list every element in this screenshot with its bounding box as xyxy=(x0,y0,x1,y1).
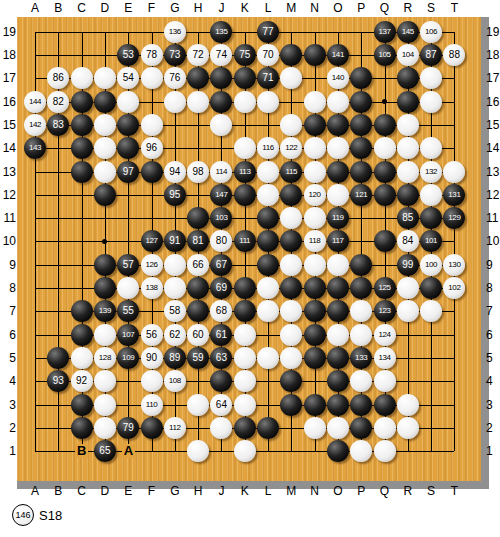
stone-L13 xyxy=(257,161,279,183)
move-number: 138 xyxy=(145,284,157,292)
stone-D16 xyxy=(94,91,116,113)
stone-P5: 133 xyxy=(350,347,372,369)
stone-O1 xyxy=(327,440,349,462)
stone-P6 xyxy=(350,324,372,346)
stone-E5: 109 xyxy=(117,347,139,369)
move-number: 84 xyxy=(402,236,413,246)
coord-col-label-F: F xyxy=(143,1,161,15)
stone-O4 xyxy=(327,370,349,392)
coord-col-label-P: P xyxy=(352,1,370,15)
stone-D5: 128 xyxy=(94,347,116,369)
stone-D4 xyxy=(94,370,116,392)
coord-row-label-right-13: 13 xyxy=(486,165,500,179)
stone-R3 xyxy=(397,394,419,416)
move-number: 89 xyxy=(169,353,180,363)
stone-Q10 xyxy=(374,230,396,252)
stone-G12: 95 xyxy=(164,184,186,206)
move-number: 60 xyxy=(193,330,204,340)
move-number: 119 xyxy=(332,214,344,222)
move-number: 104 xyxy=(402,51,414,59)
stone-R17 xyxy=(397,67,419,89)
stone-O13 xyxy=(327,161,349,183)
move-number: 144 xyxy=(29,98,41,106)
stone-S12 xyxy=(420,184,442,206)
stone-O14 xyxy=(327,137,349,159)
coord-col-label-O: O xyxy=(329,1,347,15)
stone-N6 xyxy=(304,324,326,346)
stone-R7 xyxy=(397,300,419,322)
stone-T9: 130 xyxy=(443,254,465,276)
stone-N2 xyxy=(304,417,326,439)
stone-Q19: 137 xyxy=(374,21,396,43)
stone-F18: 78 xyxy=(141,44,163,66)
move-number: 124 xyxy=(378,331,390,339)
coord-col-label-T: T xyxy=(445,484,463,498)
stone-T13 xyxy=(443,161,465,183)
stone-N11 xyxy=(304,207,326,229)
stone-H9: 66 xyxy=(187,254,209,276)
move-number: 137 xyxy=(378,28,390,36)
stone-P9 xyxy=(350,254,372,276)
move-number: 123 xyxy=(378,307,390,315)
move-number: 102 xyxy=(448,284,460,292)
move-number: 134 xyxy=(378,354,390,362)
stone-Q1 xyxy=(374,440,396,462)
move-number: 90 xyxy=(146,353,157,363)
coord-row-label-left-16: 16 xyxy=(0,95,16,109)
stone-L5 xyxy=(257,347,279,369)
move-number: 98 xyxy=(193,167,204,177)
coord-col-label-T: T xyxy=(445,1,463,15)
coord-row-label-left-1: 1 xyxy=(0,444,16,458)
coord-col-label-E: E xyxy=(119,484,137,498)
stone-P12: 121 xyxy=(350,184,372,206)
move-number: 70 xyxy=(262,50,273,60)
stone-R12 xyxy=(397,184,419,206)
stone-P3 xyxy=(350,394,372,416)
move-number: 66 xyxy=(193,260,204,270)
stone-N14 xyxy=(304,137,326,159)
stone-Q18: 105 xyxy=(374,44,396,66)
stone-C14 xyxy=(71,137,93,159)
caption: 146 S18 xyxy=(12,503,62,527)
move-number: 86 xyxy=(53,73,64,83)
stone-D12 xyxy=(94,184,116,206)
coord-col-label-N: N xyxy=(306,1,324,15)
coord-col-label-J: J xyxy=(212,1,230,15)
move-number: 64 xyxy=(216,400,227,410)
stone-R9: 99 xyxy=(397,254,419,276)
move-number: 129 xyxy=(448,214,460,222)
stone-R13 xyxy=(397,161,419,183)
coord-row-label-right-2: 2 xyxy=(486,421,500,435)
stone-L12 xyxy=(257,184,279,206)
move-number: 76 xyxy=(169,73,180,83)
move-number: 82 xyxy=(53,97,64,107)
coord-row-label-left-12: 12 xyxy=(0,188,16,202)
stone-O9 xyxy=(327,254,349,276)
board-shadow-right xyxy=(481,17,489,489)
coord-col-label-M: M xyxy=(282,1,300,15)
stone-O5 xyxy=(327,347,349,369)
coord-col-label-S: S xyxy=(422,1,440,15)
stone-F9: 126 xyxy=(141,254,163,276)
coord-row-label-right-5: 5 xyxy=(486,351,500,365)
coord-col-label-S: S xyxy=(422,484,440,498)
move-number: 136 xyxy=(169,28,181,36)
coord-row-label-right-15: 15 xyxy=(486,118,500,132)
stone-M12 xyxy=(280,184,302,206)
coord-col-label-D: D xyxy=(96,1,114,15)
move-number: 99 xyxy=(402,260,413,270)
coord-col-label-O: O xyxy=(329,484,347,498)
stone-J13: 114 xyxy=(210,161,232,183)
move-number: 125 xyxy=(378,284,390,292)
move-number: 118 xyxy=(309,237,321,245)
stone-H5: 59 xyxy=(187,347,209,369)
coord-row-label-left-2: 2 xyxy=(0,421,16,435)
coord-row-label-left-13: 13 xyxy=(0,165,16,179)
move-number: 78 xyxy=(146,50,157,60)
stone-M9 xyxy=(280,254,302,276)
stone-K16 xyxy=(234,91,256,113)
stone-C4: 92 xyxy=(71,370,93,392)
move-number: 96 xyxy=(146,143,157,153)
stone-Q3 xyxy=(374,394,396,416)
stone-Q12 xyxy=(374,184,396,206)
stone-P15 xyxy=(350,114,372,136)
stone-R15 xyxy=(397,114,419,136)
stone-D2 xyxy=(94,417,116,439)
stone-K1 xyxy=(234,440,256,462)
stone-G8 xyxy=(164,277,186,299)
stone-O12 xyxy=(327,184,349,206)
move-number: 140 xyxy=(332,74,344,82)
stone-F13 xyxy=(141,161,163,183)
coord-col-label-Q: Q xyxy=(376,1,394,15)
stone-Q8: 125 xyxy=(374,277,396,299)
coord-col-label-Q: Q xyxy=(376,484,394,498)
stone-K8 xyxy=(234,277,256,299)
move-number: 71 xyxy=(262,73,273,83)
coord-col-label-J: J xyxy=(212,484,230,498)
point-label-B: B xyxy=(75,444,88,458)
stone-N13 xyxy=(304,161,326,183)
coord-col-label-G: G xyxy=(166,1,184,15)
move-number: 62 xyxy=(169,330,180,340)
stone-S16 xyxy=(420,91,442,113)
coord-row-label-left-4: 4 xyxy=(0,374,16,388)
stone-K5 xyxy=(234,347,256,369)
coord-col-label-A: A xyxy=(26,484,44,498)
coord-col-label-G: G xyxy=(166,484,184,498)
coord-row-label-right-17: 17 xyxy=(486,71,500,85)
stone-L8 xyxy=(257,277,279,299)
stone-D1: 65 xyxy=(94,440,116,462)
move-number: 58 xyxy=(169,306,180,316)
stone-G18: 73 xyxy=(164,44,186,66)
stone-F2 xyxy=(141,417,163,439)
go-diagram-page: AABBCCDDEEFFGGHHJJKKLLMMNNOOPPQQRRSSTT19… xyxy=(0,0,500,537)
coord-row-label-left-17: 17 xyxy=(0,71,16,85)
stone-A15: 142 xyxy=(24,114,46,136)
stone-J19: 135 xyxy=(210,21,232,43)
stone-Q4 xyxy=(374,370,396,392)
stone-L16 xyxy=(257,91,279,113)
stone-N7 xyxy=(304,300,326,322)
stone-K12 xyxy=(234,184,256,206)
stone-R8 xyxy=(397,277,419,299)
stone-C7 xyxy=(71,300,93,322)
coord-col-label-L: L xyxy=(259,1,277,15)
stone-G4: 108 xyxy=(164,370,186,392)
move-number: 74 xyxy=(216,50,227,60)
coord-row-label-left-7: 7 xyxy=(0,304,16,318)
move-number: 59 xyxy=(193,353,204,363)
coord-row-label-right-6: 6 xyxy=(486,328,500,342)
stone-N8 xyxy=(304,277,326,299)
move-number: 97 xyxy=(123,167,134,177)
coord-row-label-left-6: 6 xyxy=(0,328,16,342)
move-number: 106 xyxy=(425,28,437,36)
coord-col-label-F: F xyxy=(143,484,161,498)
move-number: 61 xyxy=(216,330,227,340)
move-number: 57 xyxy=(123,260,134,270)
coord-col-label-B: B xyxy=(49,484,67,498)
stone-N10: 118 xyxy=(304,230,326,252)
coord-row-label-right-10: 10 xyxy=(486,234,500,248)
coord-col-label-E: E xyxy=(119,1,137,15)
stone-E16 xyxy=(117,91,139,113)
move-number: 54 xyxy=(123,73,134,83)
stone-D8 xyxy=(94,277,116,299)
coord-col-label-A: A xyxy=(26,1,44,15)
move-number: 109 xyxy=(122,354,134,362)
stone-O6 xyxy=(327,324,349,346)
coord-col-label-C: C xyxy=(73,484,91,498)
move-number: 75 xyxy=(239,50,250,60)
stone-R18: 104 xyxy=(397,44,419,66)
stone-L18: 70 xyxy=(257,44,279,66)
move-number: 83 xyxy=(53,120,64,130)
stone-Q13 xyxy=(374,161,396,183)
move-number: 117 xyxy=(332,237,344,245)
stone-F14: 96 xyxy=(141,137,163,159)
stone-D15 xyxy=(94,114,116,136)
stone-F3: 110 xyxy=(141,394,163,416)
stone-Q7: 123 xyxy=(374,300,396,322)
stone-D14 xyxy=(94,137,116,159)
stone-Q5: 134 xyxy=(374,347,396,369)
move-number: 112 xyxy=(169,424,181,432)
stone-D9 xyxy=(94,254,116,276)
move-number: 67 xyxy=(216,260,227,270)
move-number: 79 xyxy=(123,423,134,433)
coord-row-label-right-16: 16 xyxy=(486,95,500,109)
move-number: 143 xyxy=(29,144,41,152)
stone-O18: 141 xyxy=(327,44,349,66)
stone-P2 xyxy=(350,417,372,439)
stone-R2 xyxy=(397,417,419,439)
coord-col-label-H: H xyxy=(189,1,207,15)
stone-C5 xyxy=(71,347,93,369)
stone-F15 xyxy=(141,114,163,136)
move-number: 77 xyxy=(262,27,273,37)
move-number: 69 xyxy=(216,283,227,293)
stone-H16 xyxy=(187,91,209,113)
stone-Q14 xyxy=(374,137,396,159)
caption-point-text: S18 xyxy=(39,508,62,523)
stone-L2 xyxy=(257,417,279,439)
stone-O11: 119 xyxy=(327,207,349,229)
move-number: 85 xyxy=(402,213,413,223)
caption-move-number: 146 xyxy=(15,510,30,520)
move-number: 126 xyxy=(145,261,157,269)
coord-col-label-L: L xyxy=(259,484,277,498)
stone-N15 xyxy=(304,114,326,136)
move-number: 91 xyxy=(169,236,180,246)
move-number: 141 xyxy=(332,51,344,59)
move-number: 121 xyxy=(355,191,367,199)
move-number: 63 xyxy=(216,353,227,363)
stone-N16 xyxy=(304,91,326,113)
coord-col-label-N: N xyxy=(306,484,324,498)
stone-N12: 120 xyxy=(304,184,326,206)
move-number: 120 xyxy=(309,191,321,199)
stone-R19: 145 xyxy=(397,21,419,43)
stone-O8 xyxy=(327,277,349,299)
move-number: 130 xyxy=(448,261,460,269)
stone-G9 xyxy=(164,254,186,276)
move-number: 108 xyxy=(169,377,181,385)
move-number: 122 xyxy=(285,144,297,152)
coord-col-label-C: C xyxy=(73,1,91,15)
stone-G5: 89 xyxy=(164,347,186,369)
stone-G16 xyxy=(164,91,186,113)
move-number: 115 xyxy=(286,168,298,176)
stone-D13 xyxy=(94,161,116,183)
coord-row-label-right-19: 19 xyxy=(486,25,500,39)
coord-col-label-B: B xyxy=(49,1,67,15)
stone-E2: 79 xyxy=(117,417,139,439)
stone-M6 xyxy=(280,324,302,346)
move-number: 142 xyxy=(29,121,41,129)
stone-C17 xyxy=(71,67,93,89)
coord-col-label-P: P xyxy=(352,484,370,498)
stone-H18: 72 xyxy=(187,44,209,66)
move-number: 135 xyxy=(215,28,227,36)
move-number: 94 xyxy=(169,167,180,177)
coord-row-label-right-11: 11 xyxy=(486,211,500,225)
move-number: 55 xyxy=(123,306,134,316)
stone-O2 xyxy=(327,417,349,439)
coord-row-label-right-14: 14 xyxy=(486,141,500,155)
coord-row-label-left-5: 5 xyxy=(0,351,16,365)
stone-L9 xyxy=(257,254,279,276)
stone-G17: 76 xyxy=(164,67,186,89)
stone-K14 xyxy=(234,137,256,159)
stone-S8 xyxy=(420,277,442,299)
stone-L11 xyxy=(257,207,279,229)
stone-F8: 138 xyxy=(141,277,163,299)
stone-G13: 94 xyxy=(164,161,186,183)
move-number: 101 xyxy=(425,237,437,245)
stone-S19: 106 xyxy=(420,21,442,43)
stone-C16 xyxy=(71,91,93,113)
stone-E6: 107 xyxy=(117,324,139,346)
stone-M3 xyxy=(280,394,302,416)
stone-L19: 77 xyxy=(257,21,279,43)
stone-K10: 111 xyxy=(234,230,256,252)
move-number: 93 xyxy=(53,376,64,386)
coord-row-label-right-7: 7 xyxy=(486,304,500,318)
stone-G6: 62 xyxy=(164,324,186,346)
coord-row-label-left-9: 9 xyxy=(0,258,16,272)
coord-row-label-left-14: 14 xyxy=(0,141,16,155)
stone-P16 xyxy=(350,91,372,113)
stone-O3 xyxy=(327,394,349,416)
stone-N3 xyxy=(304,394,326,416)
move-number: 116 xyxy=(262,144,274,152)
move-number: 68 xyxy=(216,306,227,316)
point-label-A: A xyxy=(122,444,135,458)
coord-row-label-left-19: 19 xyxy=(0,25,16,39)
move-number: 87 xyxy=(426,50,437,60)
coord-col-label-R: R xyxy=(399,484,417,498)
move-number: 147 xyxy=(215,191,227,199)
stone-C15 xyxy=(71,114,93,136)
move-number: 145 xyxy=(402,28,414,36)
coord-row-label-left-3: 3 xyxy=(0,398,16,412)
stone-K18: 75 xyxy=(234,44,256,66)
coord-row-label-right-4: 4 xyxy=(486,374,500,388)
move-number: 81 xyxy=(193,236,204,246)
move-number: 131 xyxy=(448,191,460,199)
move-number: 105 xyxy=(378,51,390,59)
stone-K3 xyxy=(234,394,256,416)
move-number: 80 xyxy=(216,236,227,246)
stone-R14 xyxy=(397,137,419,159)
stone-K17 xyxy=(234,67,256,89)
coord-col-label-M: M xyxy=(282,484,300,498)
stone-G2: 112 xyxy=(164,417,186,439)
stone-H6: 60 xyxy=(187,324,209,346)
coord-col-label-D: D xyxy=(96,484,114,498)
move-number: 132 xyxy=(425,168,437,176)
coord-row-label-left-18: 18 xyxy=(0,48,16,62)
stone-J9: 67 xyxy=(210,254,232,276)
stone-G7: 58 xyxy=(164,300,186,322)
stone-K6 xyxy=(234,324,256,346)
stone-Q6: 124 xyxy=(374,324,396,346)
coord-row-label-right-12: 12 xyxy=(486,188,500,202)
stone-P13 xyxy=(350,161,372,183)
coord-row-label-left-8: 8 xyxy=(0,281,16,295)
move-number: 128 xyxy=(99,354,111,362)
move-number: 110 xyxy=(146,401,158,409)
stone-C3 xyxy=(71,394,93,416)
stone-E13: 97 xyxy=(117,161,139,183)
stone-A16: 144 xyxy=(24,91,46,113)
stone-Q15 xyxy=(374,114,396,136)
stone-K2 xyxy=(234,417,256,439)
coord-col-label-K: K xyxy=(236,1,254,15)
move-number: 65 xyxy=(99,446,110,456)
stone-F17 xyxy=(141,67,163,89)
stone-N9 xyxy=(304,254,326,276)
stone-R16 xyxy=(397,91,419,113)
stone-C6 xyxy=(71,324,93,346)
